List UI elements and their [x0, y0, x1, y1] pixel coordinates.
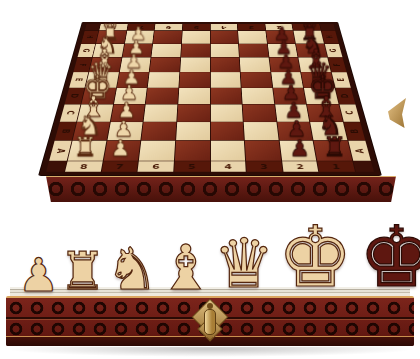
white-rook-piece: ♜ [73, 134, 97, 160]
board-square [144, 104, 177, 121]
file-label-near: 3 [246, 161, 282, 171]
board-square [210, 58, 239, 72]
file-label-far: 4 [210, 24, 237, 30]
file-label-far: 5 [183, 24, 210, 30]
board-square [245, 141, 281, 161]
frame-corner [46, 161, 66, 171]
file-label-near: 6 [138, 161, 174, 171]
board-square [178, 88, 209, 104]
board-square [242, 88, 274, 104]
file-label-near: 8 [65, 161, 102, 171]
board-square [176, 122, 210, 140]
brass-hinge-icon [388, 98, 406, 128]
board-square: ♜ [314, 141, 352, 161]
board-square [182, 31, 210, 44]
board-square [210, 104, 242, 121]
board-square [180, 58, 209, 72]
piece-lineup: ♟♜♞♝♛♚♚♛♝♞♜♟ [18, 204, 402, 296]
board-square: ♟ [279, 141, 316, 161]
board-front-carving [46, 176, 396, 202]
board-square [210, 88, 241, 104]
board-square: ♜ [68, 141, 106, 161]
rank-label-right: H [322, 31, 339, 44]
lineup-white-king: ♚ [277, 219, 352, 296]
frame-corner [353, 161, 373, 171]
board-square [177, 104, 209, 121]
board-square [175, 141, 210, 161]
file-label-near: 4 [210, 161, 245, 171]
lineup-white-bishop: ♝ [158, 239, 214, 296]
board-square: ♟ [103, 141, 140, 161]
frame-corner [320, 24, 335, 30]
board-square [243, 104, 276, 121]
board-square [146, 88, 178, 104]
brass-clasp-icon [191, 299, 229, 346]
file-label-far: 3 [238, 24, 265, 30]
board-square [240, 58, 270, 72]
board-square [210, 44, 239, 57]
board-square [210, 31, 238, 44]
white-pawn-piece: ♟ [111, 138, 131, 160]
file-label-near: 2 [282, 161, 319, 171]
board-square [239, 44, 268, 57]
rank-label-right: C [340, 104, 361, 121]
board-square [210, 72, 240, 87]
frame-corner [85, 24, 100, 30]
board-square [244, 122, 279, 140]
board-square [181, 44, 210, 57]
board-square [152, 44, 181, 57]
board-square [210, 122, 244, 140]
board-square [153, 31, 182, 44]
board-square [210, 141, 245, 161]
file-label-near: 7 [101, 161, 138, 171]
board-square [148, 72, 179, 87]
lineup-white-queen: ♛ [213, 233, 274, 296]
file-label-far: 6 [155, 24, 182, 30]
chess-board: 87654321H♜♟♟♜HG♞♟♟♞GF♝♟♟♝FE♛♟♟♛ED♚♟♟♚DC♝… [38, 22, 382, 176]
open-board-scene: 87654321H♜♟♟♜HG♞♟♟♞GF♝♟♟♝FE♛♟♟♛ED♚♟♟♚DC♝… [38, 0, 382, 176]
board-square [139, 141, 175, 161]
board-square [179, 72, 209, 87]
red-rook-piece: ♜ [323, 134, 347, 160]
lineup-red-king: ♚ [359, 219, 420, 296]
board-square [142, 122, 177, 140]
file-label-near: 1 [318, 161, 355, 171]
red-pawn-piece: ♟ [289, 138, 309, 160]
board-square [238, 31, 267, 44]
board-square [150, 58, 180, 72]
lineup-white-rook: ♜ [59, 248, 106, 296]
box-shadow [4, 347, 416, 357]
board-square [241, 72, 272, 87]
rank-label-right: B [344, 122, 365, 140]
lineup-white-knight: ♞ [106, 243, 158, 296]
file-label-near: 5 [174, 161, 209, 171]
lineup-white-pawn: ♟ [18, 254, 59, 296]
rank-label-right: A [348, 141, 370, 161]
